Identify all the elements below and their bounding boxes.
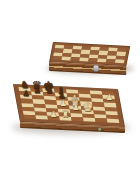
metal-clasp-icon: [94, 65, 99, 71]
chess-set-product-photo: ♞♛♚♟♞♝♟♟♟♝♟♛♟♚♟♜: [0, 0, 140, 187]
board-square: [95, 118, 108, 122]
open-chess-board: [13, 84, 125, 127]
board-square: [47, 116, 60, 120]
board-square: [83, 117, 96, 121]
board-square: [107, 118, 120, 122]
board-square: [71, 117, 84, 121]
board-square: [35, 115, 48, 119]
board-square: [59, 116, 72, 120]
small-clasp-dot-icon: [98, 127, 101, 130]
board-square: [24, 115, 37, 119]
box-square: [115, 59, 125, 63]
